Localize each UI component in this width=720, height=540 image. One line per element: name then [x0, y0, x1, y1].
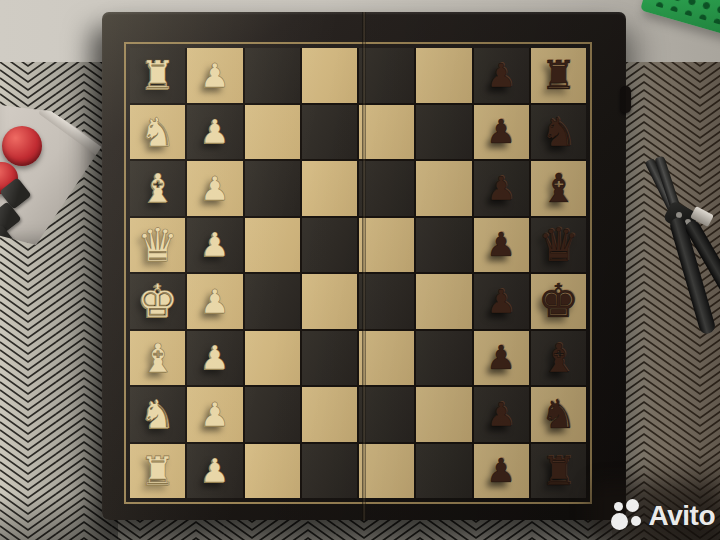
white-rook: ♜	[140, 451, 176, 491]
square-r6c7: ♟	[474, 331, 529, 386]
square-r6c6	[416, 331, 471, 386]
black-pawn: ♟	[486, 398, 516, 431]
square-r4c8: ♛	[531, 218, 586, 273]
black-king: ♚	[538, 278, 579, 324]
square-r1c2: ♟	[187, 48, 242, 103]
square-r2c1: ♞	[130, 105, 185, 160]
square-r7c7: ♟	[474, 387, 529, 442]
square-r6c5	[359, 331, 414, 386]
photo-scene: ♜♟♟♜♞♟♟♞♝♟♟♝♛♟♟♛♚♟♟♚♝♟♟♝♞♟♟♞♜♟♟♜ Avito	[0, 0, 720, 540]
square-r6c1: ♝	[130, 331, 185, 386]
square-r3c2: ♟	[187, 161, 242, 216]
square-r3c8: ♝	[531, 161, 586, 216]
square-r8c8: ♜	[531, 444, 586, 499]
square-r8c3	[245, 444, 300, 499]
square-r1c1: ♜	[130, 48, 185, 103]
white-pawn: ♟	[200, 285, 230, 318]
black-queen: ♛	[538, 222, 579, 268]
black-knight: ♞	[540, 112, 576, 152]
square-r6c3	[245, 331, 300, 386]
square-r8c5	[359, 444, 414, 499]
square-r1c6	[416, 48, 471, 103]
white-pawn: ♟	[200, 172, 230, 205]
white-pawn: ♟	[200, 228, 230, 261]
white-pawn: ♟	[200, 398, 230, 431]
square-r8c7: ♟	[474, 444, 529, 499]
square-r3c4	[302, 161, 357, 216]
square-r2c3	[245, 105, 300, 160]
black-pawn: ♟	[486, 341, 516, 374]
square-r5c5	[359, 274, 414, 329]
watermark-text: Avito	[649, 500, 715, 532]
square-r5c3	[245, 274, 300, 329]
chess-board: ♜♟♟♜♞♟♟♞♝♟♟♝♛♟♟♛♚♟♟♚♝♟♟♝♞♟♟♞♜♟♟♜	[102, 12, 626, 520]
white-pawn: ♟	[200, 115, 230, 148]
black-rook: ♜	[540, 451, 576, 491]
square-r1c3	[245, 48, 300, 103]
black-pawn: ♟	[486, 115, 516, 148]
square-r7c5	[359, 387, 414, 442]
square-r4c3	[245, 218, 300, 273]
square-r8c1: ♜	[130, 444, 185, 499]
square-r2c4	[302, 105, 357, 160]
white-pawn: ♟	[200, 341, 230, 374]
white-pawn: ♟	[200, 59, 230, 92]
black-bishop: ♝	[540, 168, 576, 208]
square-r6c8: ♝	[531, 331, 586, 386]
square-r8c6	[416, 444, 471, 499]
square-r7c4	[302, 387, 357, 442]
square-r5c7: ♟	[474, 274, 529, 329]
black-pawn: ♟	[486, 228, 516, 261]
square-r5c4	[302, 274, 357, 329]
white-queen: ♛	[137, 222, 178, 268]
square-r1c4	[302, 48, 357, 103]
square-r4c4	[302, 218, 357, 273]
white-king: ♚	[137, 278, 178, 324]
square-r4c7: ♟	[474, 218, 529, 273]
square-r7c8: ♞	[531, 387, 586, 442]
square-r4c2: ♟	[187, 218, 242, 273]
square-r4c1: ♛	[130, 218, 185, 273]
square-r6c4	[302, 331, 357, 386]
square-r2c8: ♞	[531, 105, 586, 160]
square-r2c5	[359, 105, 414, 160]
square-r7c6	[416, 387, 471, 442]
black-pawn: ♟	[486, 454, 516, 487]
square-r6c2: ♟	[187, 331, 242, 386]
square-r1c7: ♟	[474, 48, 529, 103]
white-bishop: ♝	[140, 168, 176, 208]
square-r5c2: ♟	[187, 274, 242, 329]
avito-watermark: Avito	[611, 499, 715, 533]
square-r3c5	[359, 161, 414, 216]
black-pawn: ♟	[486, 59, 516, 92]
black-bishop: ♝	[540, 338, 576, 378]
square-r5c1: ♚	[130, 274, 185, 329]
black-pawn: ♟	[486, 172, 516, 205]
white-knight: ♞	[140, 112, 176, 152]
square-r3c3	[245, 161, 300, 216]
square-r5c6	[416, 274, 471, 329]
square-r2c2: ♟	[187, 105, 242, 160]
square-r7c3	[245, 387, 300, 442]
square-r1c8: ♜	[531, 48, 586, 103]
square-r2c6	[416, 105, 471, 160]
square-r2c7: ♟	[474, 105, 529, 160]
square-r8c2: ♟	[187, 444, 242, 499]
black-knight: ♞	[540, 394, 576, 434]
chess-squares-grid: ♜♟♟♜♞♟♟♞♝♟♟♝♛♟♟♛♚♟♟♚♝♟♟♝♞♟♟♞♜♟♟♜	[130, 48, 586, 498]
square-r8c4	[302, 444, 357, 499]
square-r4c5	[359, 218, 414, 273]
red-round-button	[2, 126, 42, 166]
white-knight: ♞	[140, 394, 176, 434]
square-r4c6	[416, 218, 471, 273]
white-bishop: ♝	[140, 338, 176, 378]
black-rook: ♜	[540, 55, 576, 95]
square-r7c2: ♟	[187, 387, 242, 442]
avito-logo-icon	[611, 499, 644, 533]
square-r3c1: ♝	[130, 161, 185, 216]
square-r1c5	[359, 48, 414, 103]
square-r5c8: ♚	[531, 274, 586, 329]
square-r3c7: ♟	[474, 161, 529, 216]
white-rook: ♜	[140, 55, 176, 95]
square-r7c1: ♞	[130, 387, 185, 442]
white-pawn: ♟	[200, 454, 230, 487]
board-latch	[620, 86, 631, 113]
square-r3c6	[416, 161, 471, 216]
black-pawn: ♟	[486, 285, 516, 318]
